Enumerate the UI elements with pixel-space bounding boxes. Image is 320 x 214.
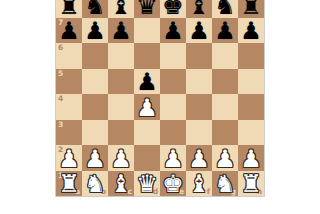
black-pawn[interactable]: ♟ (188, 19, 210, 43)
square-g3[interactable] (212, 120, 238, 146)
square-h5[interactable] (238, 69, 264, 95)
square-f6[interactable] (186, 43, 212, 69)
black-queen[interactable]: ♛ (136, 0, 158, 17)
black-rook[interactable]: ♜ (240, 0, 262, 17)
square-h7[interactable]: ♟ (238, 18, 264, 44)
white-king[interactable]: ♚ (162, 172, 184, 196)
square-f1[interactable]: f♝ (186, 171, 212, 197)
square-c8[interactable]: ♝ (108, 0, 134, 18)
square-b6[interactable] (82, 43, 108, 69)
black-pawn[interactable]: ♟ (136, 70, 158, 94)
square-b4[interactable] (82, 94, 108, 120)
square-e7[interactable]: ♟ (160, 18, 186, 44)
square-d6[interactable] (134, 43, 160, 69)
white-pawn[interactable]: ♟ (162, 146, 184, 170)
white-bishop[interactable]: ♝ (110, 172, 132, 196)
square-c5[interactable] (108, 69, 134, 95)
square-b1[interactable]: b♞ (82, 171, 108, 197)
black-bishop[interactable]: ♝ (110, 0, 132, 17)
square-f5[interactable] (186, 69, 212, 95)
square-g8[interactable]: ♞ (212, 0, 238, 18)
square-g1[interactable]: g♞ (212, 171, 238, 197)
rank-label-6: 6 (58, 44, 63, 52)
square-d7[interactable] (134, 18, 160, 44)
white-pawn[interactable]: ♟ (58, 146, 80, 170)
square-f7[interactable]: ♟ (186, 18, 212, 44)
black-pawn[interactable]: ♟ (84, 19, 106, 43)
square-c6[interactable] (108, 43, 134, 69)
white-knight[interactable]: ♞ (84, 172, 106, 196)
square-d1[interactable]: d♛ (134, 171, 160, 197)
rank-label-4: 4 (58, 95, 63, 103)
white-pawn[interactable]: ♟ (110, 146, 132, 170)
square-a7[interactable]: 7♟ (56, 18, 82, 44)
square-e5[interactable] (160, 69, 186, 95)
square-a2[interactable]: 2♟ (56, 145, 82, 171)
square-a6[interactable]: 6 (56, 43, 82, 69)
square-b7[interactable]: ♟ (82, 18, 108, 44)
black-knight[interactable]: ♞ (84, 0, 106, 17)
white-pawn[interactable]: ♟ (188, 146, 210, 170)
black-pawn[interactable]: ♟ (240, 19, 262, 43)
square-d8[interactable]: ♛ (134, 0, 160, 18)
black-pawn[interactable]: ♟ (58, 19, 80, 43)
square-d3[interactable] (134, 120, 160, 146)
white-rook[interactable]: ♜ (240, 172, 262, 196)
square-a3[interactable]: 3 (56, 120, 82, 146)
rank-label-5: 5 (58, 70, 63, 78)
black-pawn[interactable]: ♟ (214, 19, 236, 43)
square-h1[interactable]: h♜ (238, 171, 264, 197)
white-pawn[interactable]: ♟ (240, 146, 262, 170)
square-d2[interactable] (134, 145, 160, 171)
square-a1[interactable]: 1a♜ (56, 171, 82, 197)
square-g7[interactable]: ♟ (212, 18, 238, 44)
white-queen[interactable]: ♛ (136, 172, 158, 196)
white-pawn[interactable]: ♟ (214, 146, 236, 170)
white-pawn[interactable]: ♟ (84, 146, 106, 170)
white-knight[interactable]: ♞ (214, 172, 236, 196)
square-e1[interactable]: e♚ (160, 171, 186, 197)
square-b3[interactable] (82, 120, 108, 146)
square-b5[interactable] (82, 69, 108, 95)
white-rook[interactable]: ♜ (58, 172, 80, 196)
square-f8[interactable]: ♝ (186, 0, 212, 18)
black-pawn[interactable]: ♟ (162, 19, 184, 43)
square-d4[interactable]: ♟ (134, 94, 160, 120)
square-h3[interactable] (238, 120, 264, 146)
black-pawn[interactable]: ♟ (110, 19, 132, 43)
square-g6[interactable] (212, 43, 238, 69)
square-c3[interactable] (108, 120, 134, 146)
square-f2[interactable]: ♟ (186, 145, 212, 171)
square-h8[interactable]: ♜ (238, 0, 264, 18)
black-knight[interactable]: ♞ (214, 0, 236, 17)
square-c2[interactable]: ♟ (108, 145, 134, 171)
square-e2[interactable]: ♟ (160, 145, 186, 171)
square-d5[interactable]: ♟ (134, 69, 160, 95)
square-h4[interactable] (238, 94, 264, 120)
rank-label-3: 3 (58, 121, 63, 129)
chess-board: 8♜♞♝♛♚♝♞♜7♟♟♟♟♟♟♟65♟4♟32♟♟♟♟♟♟♟1a♜b♞c♝d♛… (56, 0, 264, 196)
square-e6[interactable] (160, 43, 186, 69)
black-king[interactable]: ♚ (162, 0, 184, 17)
square-g2[interactable]: ♟ (212, 145, 238, 171)
board-viewport: 8♜♞♝♛♚♝♞♜7♟♟♟♟♟♟♟65♟4♟32♟♟♟♟♟♟♟1a♜b♞c♝d♛… (55, 0, 265, 197)
black-rook[interactable]: ♜ (58, 0, 80, 17)
white-bishop[interactable]: ♝ (188, 172, 210, 196)
square-e4[interactable] (160, 94, 186, 120)
square-h2[interactable]: ♟ (238, 145, 264, 171)
square-b2[interactable]: ♟ (82, 145, 108, 171)
square-b8[interactable]: ♞ (82, 0, 108, 18)
square-a8[interactable]: 8♜ (56, 0, 82, 18)
square-c7[interactable]: ♟ (108, 18, 134, 44)
square-g4[interactable] (212, 94, 238, 120)
square-f3[interactable] (186, 120, 212, 146)
black-bishop[interactable]: ♝ (188, 0, 210, 17)
square-a4[interactable]: 4 (56, 94, 82, 120)
square-c1[interactable]: c♝ (108, 171, 134, 197)
square-a5[interactable]: 5 (56, 69, 82, 95)
white-pawn[interactable]: ♟ (136, 95, 158, 119)
square-f4[interactable] (186, 94, 212, 120)
square-g5[interactable] (212, 69, 238, 95)
square-e8[interactable]: ♚ (160, 0, 186, 18)
square-c4[interactable] (108, 94, 134, 120)
square-e3[interactable] (160, 120, 186, 146)
square-h6[interactable] (238, 43, 264, 69)
